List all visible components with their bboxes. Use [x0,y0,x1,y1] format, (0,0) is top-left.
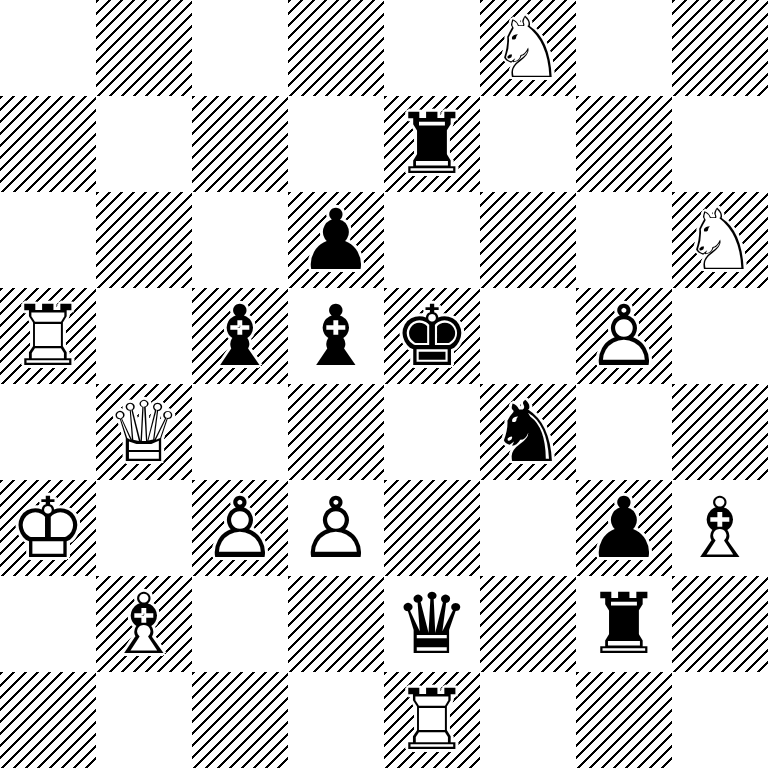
square-h6[interactable]: ♞♘ [672,192,768,288]
square-c4[interactable] [192,384,288,480]
white-king-halo: ♚ [0,480,96,576]
square-b4[interactable]: ♛♕ [96,384,192,480]
square-a7[interactable] [0,96,96,192]
square-d4[interactable] [288,384,384,480]
white-pawn-icon: ♙ [192,480,288,576]
square-e7[interactable]: ♜♜ [384,96,480,192]
square-h7[interactable] [672,96,768,192]
black-pawn-icon: ♟ [288,192,384,288]
black-pawn-halo: ♟ [576,480,672,576]
white-pawn-icon: ♙ [288,480,384,576]
black-knight-halo: ♞ [480,384,576,480]
square-f7[interactable] [480,96,576,192]
white-bishop-icon: ♗ [96,576,192,672]
square-d5[interactable]: ♝♝ [288,288,384,384]
white-queen-icon: ♕ [96,384,192,480]
square-b3[interactable] [96,480,192,576]
square-h4[interactable] [672,384,768,480]
white-knight-icon: ♘ [480,0,576,96]
square-a5[interactable]: ♜♖ [0,288,96,384]
square-e1[interactable]: ♜♖ [384,672,480,768]
white-bishop-halo: ♝ [672,480,768,576]
square-e5[interactable]: ♚♚ [384,288,480,384]
white-knight-halo: ♞ [480,0,576,96]
white-rook-icon: ♖ [0,288,96,384]
white-rook-halo: ♜ [384,672,480,768]
square-f1[interactable] [480,672,576,768]
square-e8[interactable] [384,0,480,96]
square-d8[interactable] [288,0,384,96]
square-g2[interactable]: ♜♜ [576,576,672,672]
black-pawn-icon: ♟ [576,480,672,576]
square-g7[interactable] [576,96,672,192]
black-pawn-halo: ♟ [288,192,384,288]
square-c2[interactable] [192,576,288,672]
square-b5[interactable] [96,288,192,384]
black-queen-halo: ♛ [384,576,480,672]
white-pawn-halo: ♟ [192,480,288,576]
square-c3[interactable]: ♟♙ [192,480,288,576]
black-bishop-icon: ♝ [192,288,288,384]
white-knight-halo: ♞ [672,192,768,288]
square-a8[interactable] [0,0,96,96]
chess-board: ♞♘♜♜♟♟♞♘♜♖♝♝♝♝♚♚♟♙♛♕♞♞♚♔♟♙♟♙♟♟♝♗♝♗♛♛♜♜♜♖ [0,0,768,768]
square-a2[interactable] [0,576,96,672]
square-f5[interactable] [480,288,576,384]
square-a4[interactable] [0,384,96,480]
square-g6[interactable] [576,192,672,288]
white-rook-halo: ♜ [0,288,96,384]
black-knight-icon: ♞ [480,384,576,480]
square-c8[interactable] [192,0,288,96]
black-rook-icon: ♜ [576,576,672,672]
white-rook-icon: ♖ [384,672,480,768]
square-d2[interactable] [288,576,384,672]
square-a1[interactable] [0,672,96,768]
black-king-halo: ♚ [384,288,480,384]
white-bishop-icon: ♗ [672,480,768,576]
square-h1[interactable] [672,672,768,768]
black-rook-icon: ♜ [384,96,480,192]
square-e3[interactable] [384,480,480,576]
square-c7[interactable] [192,96,288,192]
square-e2[interactable]: ♛♛ [384,576,480,672]
white-pawn-icon: ♙ [576,288,672,384]
square-d7[interactable] [288,96,384,192]
square-g4[interactable] [576,384,672,480]
square-h3[interactable]: ♝♗ [672,480,768,576]
square-g1[interactable] [576,672,672,768]
square-f3[interactable] [480,480,576,576]
square-f8[interactable]: ♞♘ [480,0,576,96]
square-c5[interactable]: ♝♝ [192,288,288,384]
square-b1[interactable] [96,672,192,768]
black-king-icon: ♚ [384,288,480,384]
black-rook-halo: ♜ [576,576,672,672]
white-knight-icon: ♘ [672,192,768,288]
black-bishop-halo: ♝ [288,288,384,384]
white-pawn-halo: ♟ [576,288,672,384]
square-b6[interactable] [96,192,192,288]
square-h5[interactable] [672,288,768,384]
white-queen-halo: ♛ [96,384,192,480]
square-e6[interactable] [384,192,480,288]
square-b7[interactable] [96,96,192,192]
square-g3[interactable]: ♟♟ [576,480,672,576]
square-e4[interactable] [384,384,480,480]
black-bishop-halo: ♝ [192,288,288,384]
white-pawn-halo: ♟ [288,480,384,576]
square-h2[interactable] [672,576,768,672]
square-f4[interactable]: ♞♞ [480,384,576,480]
square-d1[interactable] [288,672,384,768]
square-a6[interactable] [0,192,96,288]
square-f2[interactable] [480,576,576,672]
black-queen-icon: ♛ [384,576,480,672]
square-d3[interactable]: ♟♙ [288,480,384,576]
square-c6[interactable] [192,192,288,288]
square-f6[interactable] [480,192,576,288]
square-h8[interactable] [672,0,768,96]
white-king-icon: ♔ [0,480,96,576]
white-bishop-halo: ♝ [96,576,192,672]
square-c1[interactable] [192,672,288,768]
black-rook-halo: ♜ [384,96,480,192]
square-d6[interactable]: ♟♟ [288,192,384,288]
square-b8[interactable] [96,0,192,96]
square-g5[interactable]: ♟♙ [576,288,672,384]
square-b2[interactable]: ♝♗ [96,576,192,672]
square-g8[interactable] [576,0,672,96]
black-bishop-icon: ♝ [288,288,384,384]
square-a3[interactable]: ♚♔ [0,480,96,576]
